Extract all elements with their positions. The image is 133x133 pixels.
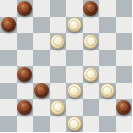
square-r6c3[interactable] xyxy=(50,99,67,116)
square-r1c0[interactable] xyxy=(0,17,17,34)
square-r0c5[interactable] xyxy=(83,0,100,17)
square-r4c4 xyxy=(66,66,83,83)
square-r0c7[interactable] xyxy=(116,0,133,17)
white-man[interactable] xyxy=(67,83,82,98)
square-r5c0[interactable] xyxy=(0,83,17,100)
dark-man[interactable] xyxy=(116,100,131,115)
square-r4c1[interactable] xyxy=(17,66,34,83)
square-r3c6[interactable] xyxy=(99,50,116,67)
white-man[interactable] xyxy=(50,34,65,49)
square-r6c5[interactable] xyxy=(83,99,100,116)
square-r7c1 xyxy=(17,116,34,133)
square-r5c7 xyxy=(116,83,133,100)
square-r0c6 xyxy=(99,0,116,17)
square-r5c4[interactable] xyxy=(66,83,83,100)
dark-man[interactable] xyxy=(1,17,16,32)
square-r3c2[interactable] xyxy=(33,50,50,67)
square-r4c7[interactable] xyxy=(116,66,133,83)
square-r1c4[interactable] xyxy=(66,17,83,34)
checkers-board xyxy=(0,0,132,132)
square-r5c1 xyxy=(17,83,34,100)
square-r7c5 xyxy=(83,116,100,133)
square-r1c6[interactable] xyxy=(99,17,116,34)
square-r6c0 xyxy=(0,99,17,116)
square-r1c5 xyxy=(83,17,100,34)
square-r7c2[interactable] xyxy=(33,116,50,133)
square-r0c0 xyxy=(0,0,17,17)
square-r4c6 xyxy=(99,66,116,83)
square-r2c1[interactable] xyxy=(17,33,34,50)
square-r1c3 xyxy=(50,17,67,34)
square-r0c1[interactable] xyxy=(17,0,34,17)
square-r5c3 xyxy=(50,83,67,100)
square-r2c5[interactable] xyxy=(83,33,100,50)
white-man[interactable] xyxy=(83,34,98,49)
square-r7c0[interactable] xyxy=(0,116,17,133)
square-r2c0 xyxy=(0,33,17,50)
square-r3c1 xyxy=(17,50,34,67)
square-r6c2 xyxy=(33,99,50,116)
square-r7c4[interactable] xyxy=(66,116,83,133)
square-r6c4 xyxy=(66,99,83,116)
white-man[interactable] xyxy=(83,67,98,82)
square-r3c3 xyxy=(50,50,67,67)
dark-man[interactable] xyxy=(17,1,32,16)
square-r3c0[interactable] xyxy=(0,50,17,67)
square-r2c4 xyxy=(66,33,83,50)
square-r2c2 xyxy=(33,33,50,50)
square-r0c3[interactable] xyxy=(50,0,67,17)
square-r2c3[interactable] xyxy=(50,33,67,50)
square-r6c6 xyxy=(99,99,116,116)
square-r7c6[interactable] xyxy=(99,116,116,133)
white-man[interactable] xyxy=(100,83,115,98)
square-r4c0 xyxy=(0,66,17,83)
dark-man[interactable] xyxy=(17,67,32,82)
square-r6c7[interactable] xyxy=(116,99,133,116)
square-r2c6 xyxy=(99,33,116,50)
square-r5c5 xyxy=(83,83,100,100)
square-r7c3 xyxy=(50,116,67,133)
square-r4c5[interactable] xyxy=(83,66,100,83)
square-r2c7[interactable] xyxy=(116,33,133,50)
dark-man[interactable] xyxy=(34,83,49,98)
white-man[interactable] xyxy=(67,116,82,131)
dark-man[interactable] xyxy=(83,1,98,16)
square-r1c7 xyxy=(116,17,133,34)
square-r4c3[interactable] xyxy=(50,66,67,83)
square-r4c2 xyxy=(33,66,50,83)
white-man[interactable] xyxy=(67,17,82,32)
square-r6c1[interactable] xyxy=(17,99,34,116)
square-r3c5 xyxy=(83,50,100,67)
white-man[interactable] xyxy=(50,100,65,115)
dark-man[interactable] xyxy=(17,100,32,115)
square-r1c2[interactable] xyxy=(33,17,50,34)
square-r5c6[interactable] xyxy=(99,83,116,100)
square-r7c7 xyxy=(116,116,133,133)
square-r0c2 xyxy=(33,0,50,17)
square-r1c1 xyxy=(17,17,34,34)
square-r0c4 xyxy=(66,0,83,17)
square-r3c7 xyxy=(116,50,133,67)
square-r3c4[interactable] xyxy=(66,50,83,67)
square-r5c2[interactable] xyxy=(33,83,50,100)
